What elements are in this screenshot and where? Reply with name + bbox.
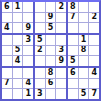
cell-r9c2[interactable]: [13, 89, 23, 99]
cell-r4c4: 5: [35, 35, 45, 45]
cell-r3c8[interactable]: [79, 23, 89, 33]
cell-r5c8: 8: [79, 46, 89, 56]
cell-r5c1[interactable]: [2, 46, 12, 56]
cell-r2c8[interactable]: [79, 13, 89, 23]
sudoku-box-1: 6149: [2, 2, 33, 33]
cell-r7c3[interactable]: [23, 68, 33, 78]
cell-r2c2[interactable]: [13, 13, 23, 23]
cell-r1c3[interactable]: [23, 2, 33, 12]
sudoku-box-3: 872: [68, 2, 99, 33]
cell-r2c6[interactable]: [56, 13, 66, 23]
cell-r9c4: 3: [35, 89, 45, 99]
cell-r7c9: 4: [89, 68, 99, 78]
cell-r6c9[interactable]: [89, 56, 99, 66]
cell-r5c3[interactable]: [23, 46, 33, 56]
cell-r9c3: 1: [23, 89, 33, 99]
cell-r7c6[interactable]: [56, 68, 66, 78]
sudoku-board: 614929587235452391857418636457: [0, 0, 101, 101]
cell-r2c1[interactable]: [2, 13, 12, 23]
cell-r8c3: 4: [23, 79, 33, 89]
cell-r5c2: 5: [13, 46, 23, 56]
cell-r8c7[interactable]: [68, 79, 78, 89]
cell-r5c9[interactable]: [89, 46, 99, 56]
cell-r3c9[interactable]: [89, 23, 99, 33]
cell-r3c1: 4: [2, 23, 12, 33]
cell-r1c6: 2: [56, 2, 66, 12]
sudoku-box-4: 354: [2, 35, 33, 66]
cell-r4c3: 3: [23, 35, 33, 45]
sudoku-box-8: 863: [35, 68, 66, 99]
cell-r3c3: 9: [23, 23, 33, 33]
cell-r6c8[interactable]: [79, 56, 89, 66]
cell-r7c4[interactable]: [35, 68, 45, 78]
sudoku-box-2: 295: [35, 2, 66, 33]
cell-r6c3[interactable]: [23, 56, 33, 66]
cell-r4c9[interactable]: [89, 35, 99, 45]
cell-r1c1: 6: [2, 2, 12, 12]
sudoku-box-6: 185: [68, 35, 99, 66]
cell-r5c7[interactable]: [68, 46, 78, 56]
cell-r9c9: 7: [89, 89, 99, 99]
cell-r4c1[interactable]: [2, 35, 12, 45]
cell-r8c8[interactable]: [79, 79, 89, 89]
cell-r8c5: 6: [46, 79, 56, 89]
cell-r8c9[interactable]: [89, 79, 99, 89]
cell-r3c7[interactable]: [68, 23, 78, 33]
cell-r4c2[interactable]: [13, 35, 23, 45]
cell-r4c6[interactable]: [56, 35, 66, 45]
sudoku-box-7: 741: [2, 68, 33, 99]
cell-r1c9[interactable]: [89, 2, 99, 12]
cell-r8c6[interactable]: [56, 79, 66, 89]
cell-r2c9: 2: [89, 13, 99, 23]
cell-r5c6: 3: [56, 46, 66, 56]
cell-r7c7: 6: [68, 68, 78, 78]
cell-r2c4[interactable]: [35, 13, 45, 23]
sudoku-box-5: 5239: [35, 35, 66, 66]
cell-r2c7: 7: [68, 13, 78, 23]
cell-r4c5[interactable]: [46, 35, 56, 45]
cell-r2c3[interactable]: [23, 13, 33, 23]
cell-r1c5[interactable]: [46, 2, 56, 12]
cell-r3c2[interactable]: [13, 23, 23, 33]
cell-r9c7[interactable]: [68, 89, 78, 99]
cell-r6c1[interactable]: [2, 56, 12, 66]
cell-r7c1[interactable]: [2, 68, 12, 78]
cell-r5c5[interactable]: [46, 46, 56, 56]
cell-r6c6: 9: [56, 56, 66, 66]
cell-r7c5: 8: [46, 68, 56, 78]
cell-r9c6[interactable]: [56, 89, 66, 99]
cell-r6c7: 5: [68, 56, 78, 66]
cell-r8c2[interactable]: [13, 79, 23, 89]
cell-r5c4: 2: [35, 46, 45, 56]
cell-r1c7: 8: [68, 2, 78, 12]
cell-r6c4[interactable]: [35, 56, 45, 66]
cell-r8c4[interactable]: [35, 79, 45, 89]
cell-r9c8: 5: [79, 89, 89, 99]
cell-r1c2: 1: [13, 2, 23, 12]
cell-r3c5: 5: [46, 23, 56, 33]
cell-r8c1: 7: [2, 79, 12, 89]
cell-r9c1[interactable]: [2, 89, 12, 99]
cell-r1c8[interactable]: [79, 2, 89, 12]
cell-r6c5[interactable]: [46, 56, 56, 66]
cell-r3c6[interactable]: [56, 23, 66, 33]
cell-r1c4[interactable]: [35, 2, 45, 12]
cell-r7c8[interactable]: [79, 68, 89, 78]
cell-r9c5[interactable]: [46, 89, 56, 99]
sudoku-box-9: 6457: [68, 68, 99, 99]
cell-r7c2[interactable]: [13, 68, 23, 78]
cell-r2c5: 9: [46, 13, 56, 23]
cell-r4c8: 1: [79, 35, 89, 45]
cell-r4c7[interactable]: [68, 35, 78, 45]
cell-r6c2: 4: [13, 56, 23, 66]
cell-r3c4[interactable]: [35, 23, 45, 33]
